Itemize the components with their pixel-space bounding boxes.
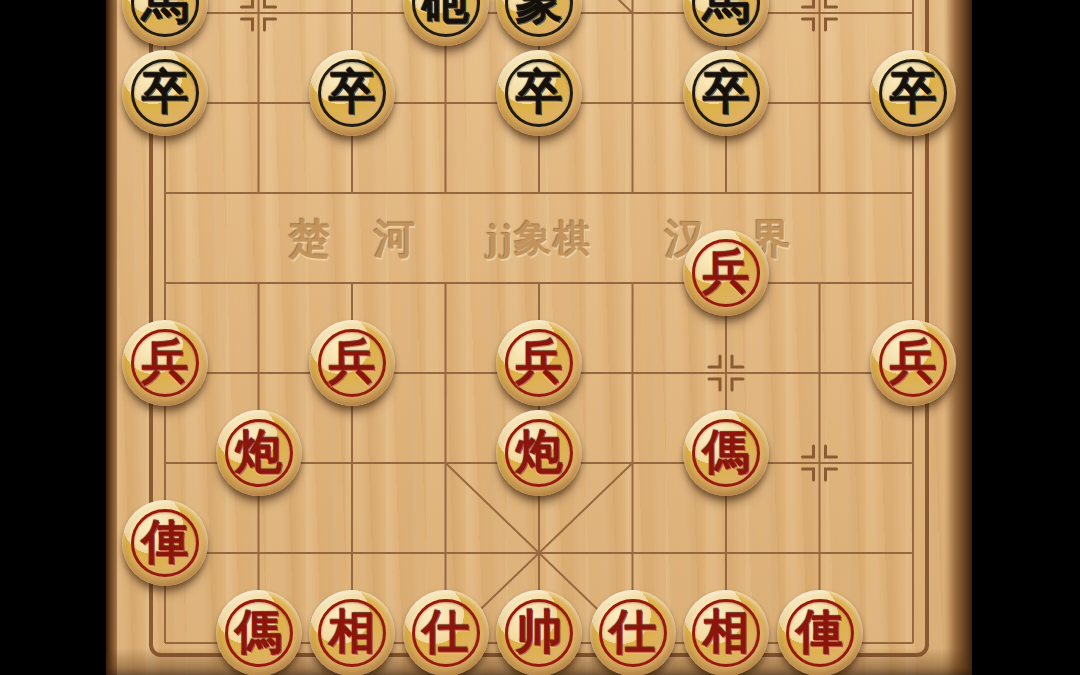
piece-character: 相 bbox=[703, 609, 750, 656]
piece-red-pawn-a4[interactable]: 兵 bbox=[122, 320, 208, 406]
piece-character: 傌 bbox=[703, 429, 750, 476]
piece-character: 俥 bbox=[796, 609, 843, 656]
piece-character: 兵 bbox=[516, 339, 563, 386]
piece-character: 炮 bbox=[235, 429, 282, 476]
piece-character: 兵 bbox=[142, 339, 189, 386]
river-text-chuhe: 楚河 bbox=[245, 212, 459, 267]
piece-character: 相 bbox=[329, 609, 376, 656]
xiangqi-board: 楚河 ϳϳ象棋 汉界 馬砲象馬卒卒卒卒卒兵兵兵兵兵炮炮傌俥傌相仕帅仕相俥 bbox=[106, 0, 972, 675]
piece-character: 兵 bbox=[329, 339, 376, 386]
piece-character: 卒 bbox=[516, 69, 563, 116]
piece-red-cannon-e3[interactable]: 炮 bbox=[496, 410, 582, 496]
screenshot-root: 楚河 ϳϳ象棋 汉界 馬砲象馬卒卒卒卒卒兵兵兵兵兵炮炮傌俥傌相仕帅仕相俥 bbox=[0, 0, 1080, 675]
piece-character: 卒 bbox=[142, 69, 189, 116]
piece-red-general-e1[interactable]: 帅 bbox=[496, 590, 582, 675]
piece-character: 馬 bbox=[142, 0, 189, 26]
piece-red-advisor-d1[interactable]: 仕 bbox=[403, 590, 489, 675]
piece-red-cannon-b3[interactable]: 炮 bbox=[216, 410, 302, 496]
piece-character: 仕 bbox=[609, 609, 656, 656]
piece-character: 傌 bbox=[235, 609, 282, 656]
piece-red-elephant-c1[interactable]: 相 bbox=[309, 590, 395, 675]
piece-red-advisor-f1[interactable]: 仕 bbox=[590, 590, 676, 675]
piece-character: 馬 bbox=[703, 0, 750, 26]
piece-black-pawn-a7[interactable]: 卒 bbox=[122, 50, 208, 136]
piece-red-horse-b1[interactable]: 傌 bbox=[216, 590, 302, 675]
piece-character: 兵 bbox=[890, 339, 937, 386]
piece-character: 俥 bbox=[142, 519, 189, 566]
piece-red-horse-g3[interactable]: 傌 bbox=[683, 410, 769, 496]
river-logo-jjxiangqi: ϳϳ象棋 bbox=[486, 214, 593, 264]
piece-character: 兵 bbox=[703, 249, 750, 296]
piece-black-pawn-i7[interactable]: 卒 bbox=[870, 50, 956, 136]
piece-character: 卒 bbox=[329, 69, 376, 116]
right-black-bar bbox=[972, 0, 1080, 675]
piece-character: 砲 bbox=[422, 0, 469, 26]
piece-red-elephant-g1[interactable]: 相 bbox=[683, 590, 769, 675]
piece-red-pawn-g5[interactable]: 兵 bbox=[683, 230, 769, 316]
piece-character: 卒 bbox=[890, 69, 937, 116]
piece-black-pawn-g7[interactable]: 卒 bbox=[683, 50, 769, 136]
piece-red-chariot-h1[interactable]: 俥 bbox=[777, 590, 863, 675]
piece-character: 仕 bbox=[422, 609, 469, 656]
piece-character: 炮 bbox=[516, 429, 563, 476]
piece-red-pawn-e4[interactable]: 兵 bbox=[496, 320, 582, 406]
piece-character: 象 bbox=[516, 0, 563, 26]
piece-red-chariot-a2[interactable]: 俥 bbox=[122, 500, 208, 586]
piece-red-pawn-i4[interactable]: 兵 bbox=[870, 320, 956, 406]
piece-red-pawn-c4[interactable]: 兵 bbox=[309, 320, 395, 406]
piece-character: 帅 bbox=[516, 609, 563, 656]
board-left-bevel bbox=[106, 0, 117, 675]
left-black-bar bbox=[0, 0, 106, 675]
piece-character: 卒 bbox=[703, 69, 750, 116]
piece-black-pawn-e7[interactable]: 卒 bbox=[496, 50, 582, 136]
piece-black-pawn-c7[interactable]: 卒 bbox=[309, 50, 395, 136]
